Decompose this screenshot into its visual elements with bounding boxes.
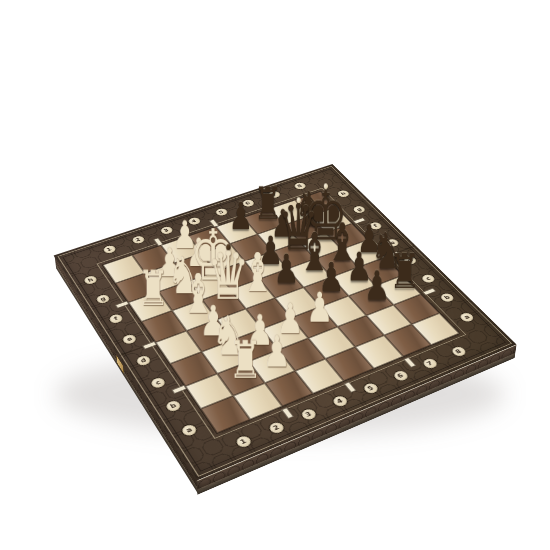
product-photo-stage: hh11gg22ff33ee44dd55cc66bb77aa88♟♟♜♟♟♟♞♜… (0, 0, 550, 550)
light-crown-finial (323, 184, 327, 190)
scene: hh11gg22ff33ee44dd55cc66bb77aa88♟♟♜♟♟♟♞♜… (0, 0, 550, 550)
dark-crown-finial (225, 244, 229, 250)
board-plane: hh11gg22ff33ee44dd55cc66bb77aa88♟♟♜♟♟♟♞♜… (54, 164, 517, 481)
